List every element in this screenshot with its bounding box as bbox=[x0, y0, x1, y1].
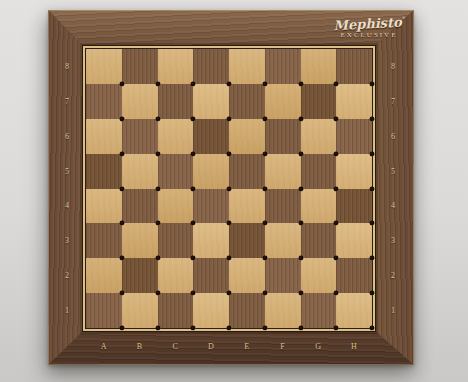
square-a5[interactable] bbox=[86, 154, 122, 189]
square-d7[interactable] bbox=[193, 84, 229, 119]
square-b4[interactable] bbox=[122, 189, 158, 224]
square-h2[interactable] bbox=[336, 258, 372, 293]
sensor-dot bbox=[119, 116, 124, 121]
square-c5[interactable] bbox=[158, 154, 194, 189]
square-h4[interactable] bbox=[336, 189, 372, 224]
square-c2[interactable] bbox=[158, 258, 194, 293]
square-d5[interactable] bbox=[193, 154, 229, 189]
square-d2[interactable] bbox=[193, 258, 229, 293]
sensor-dot bbox=[227, 81, 232, 86]
file-label: A bbox=[86, 328, 122, 365]
square-g3[interactable] bbox=[301, 223, 337, 258]
file-label: B bbox=[122, 328, 158, 365]
square-c7[interactable] bbox=[158, 84, 194, 119]
square-a7[interactable] bbox=[86, 84, 122, 119]
square-e1[interactable] bbox=[229, 293, 265, 328]
square-a1[interactable] bbox=[86, 293, 122, 328]
sensor-dot bbox=[227, 151, 232, 156]
sensor-dot bbox=[298, 116, 303, 121]
square-d4[interactable] bbox=[193, 189, 229, 224]
rank-label: 1 bbox=[48, 293, 86, 328]
rank-label: 2 bbox=[372, 258, 414, 293]
sensor-dot bbox=[191, 116, 196, 121]
square-d1[interactable] bbox=[193, 293, 229, 328]
sensor-dot bbox=[227, 256, 232, 261]
brand-logo: Mephisto° EXCLUSIVE bbox=[329, 13, 409, 40]
sensor-dot bbox=[155, 291, 160, 296]
sensor-dot bbox=[334, 186, 339, 191]
sensor-dot bbox=[262, 221, 267, 226]
square-b8[interactable] bbox=[122, 49, 158, 84]
sensor-dot bbox=[262, 151, 267, 156]
file-label: D bbox=[193, 328, 229, 365]
brand-mark: ° bbox=[401, 15, 404, 22]
file-label: C bbox=[158, 328, 194, 365]
square-f7[interactable] bbox=[265, 84, 301, 119]
rank-label: 1 bbox=[372, 293, 414, 328]
square-h6[interactable] bbox=[336, 119, 372, 154]
square-e5[interactable] bbox=[229, 154, 265, 189]
square-a8[interactable] bbox=[86, 49, 122, 84]
rank-label: 3 bbox=[48, 223, 86, 258]
rank-label: 8 bbox=[48, 49, 86, 84]
square-f3[interactable] bbox=[265, 223, 301, 258]
sensor-dot bbox=[298, 81, 303, 86]
square-g8[interactable] bbox=[301, 49, 337, 84]
brand-name: Mephisto° bbox=[329, 11, 410, 33]
square-g5[interactable] bbox=[301, 154, 337, 189]
sensor-dot bbox=[334, 81, 339, 86]
sensor-dot bbox=[334, 151, 339, 156]
rank-label: 6 bbox=[48, 119, 86, 154]
sensor-dot bbox=[119, 81, 124, 86]
rank-label: 7 bbox=[372, 84, 414, 119]
square-c1[interactable] bbox=[158, 293, 194, 328]
square-f8[interactable] bbox=[265, 49, 301, 84]
rank-label: 2 bbox=[48, 258, 86, 293]
square-g2[interactable] bbox=[301, 258, 337, 293]
sensor-dot bbox=[298, 256, 303, 261]
square-a4[interactable] bbox=[86, 189, 122, 224]
sensor-dot bbox=[227, 186, 232, 191]
square-e3[interactable] bbox=[229, 223, 265, 258]
sensor-dot bbox=[155, 81, 160, 86]
chessboard: Mephisto° EXCLUSIVE 87654321 87654321 AB… bbox=[48, 10, 414, 365]
square-b2[interactable] bbox=[122, 258, 158, 293]
sensor-dot bbox=[119, 256, 124, 261]
square-f1[interactable] bbox=[265, 293, 301, 328]
sensor-dot bbox=[262, 256, 267, 261]
sensor-dot bbox=[298, 221, 303, 226]
square-f6[interactable] bbox=[265, 119, 301, 154]
square-d6[interactable] bbox=[193, 119, 229, 154]
square-c8[interactable] bbox=[158, 49, 194, 84]
sensor-dot bbox=[334, 116, 339, 121]
square-h5[interactable] bbox=[336, 154, 372, 189]
rank-label: 8 bbox=[372, 49, 414, 84]
file-label: G bbox=[301, 328, 337, 365]
sensor-dot bbox=[191, 151, 196, 156]
square-h8[interactable] bbox=[336, 49, 372, 84]
sensor-dot bbox=[334, 221, 339, 226]
square-e2[interactable] bbox=[229, 258, 265, 293]
square-g4[interactable] bbox=[301, 189, 337, 224]
square-b6[interactable] bbox=[122, 119, 158, 154]
square-c3[interactable] bbox=[158, 223, 194, 258]
sensor-dot bbox=[227, 221, 232, 226]
sensor-dot bbox=[119, 186, 124, 191]
square-g1[interactable] bbox=[301, 293, 337, 328]
sensor-dot bbox=[334, 291, 339, 296]
sensor-dot bbox=[191, 81, 196, 86]
sensor-dot bbox=[298, 186, 303, 191]
sensor-dot bbox=[262, 116, 267, 121]
rank-label: 5 bbox=[48, 154, 86, 189]
square-a2[interactable] bbox=[86, 258, 122, 293]
square-f2[interactable] bbox=[265, 258, 301, 293]
sensor-dot bbox=[119, 291, 124, 296]
square-b5[interactable] bbox=[122, 154, 158, 189]
sensor-dot bbox=[155, 256, 160, 261]
rank-labels-right: 87654321 bbox=[372, 49, 414, 328]
rank-label: 5 bbox=[372, 154, 414, 189]
sensor-dot bbox=[262, 186, 267, 191]
playing-area bbox=[86, 49, 372, 328]
sensor-dot bbox=[191, 186, 196, 191]
square-b7[interactable] bbox=[122, 84, 158, 119]
sensor-dot bbox=[227, 116, 232, 121]
square-a3[interactable] bbox=[86, 223, 122, 258]
sensor-dot bbox=[262, 81, 267, 86]
sensor-dot bbox=[191, 221, 196, 226]
rank-label: 4 bbox=[372, 189, 414, 224]
file-label: F bbox=[265, 328, 301, 365]
file-labels-bottom: ABCDEFGH bbox=[86, 328, 372, 365]
square-h3[interactable] bbox=[336, 223, 372, 258]
rank-label: 6 bbox=[372, 119, 414, 154]
sensor-dot bbox=[119, 151, 124, 156]
sensor-dot bbox=[155, 221, 160, 226]
sensor-dot bbox=[155, 186, 160, 191]
square-e6[interactable] bbox=[229, 119, 265, 154]
sensor-dot bbox=[191, 291, 196, 296]
rank-label: 4 bbox=[48, 189, 86, 224]
sensor-dot bbox=[191, 256, 196, 261]
square-a6[interactable] bbox=[86, 119, 122, 154]
sensor-dot bbox=[334, 256, 339, 261]
square-e7[interactable] bbox=[229, 84, 265, 119]
square-f5[interactable] bbox=[265, 154, 301, 189]
square-c4[interactable] bbox=[158, 189, 194, 224]
square-e4[interactable] bbox=[229, 189, 265, 224]
sensor-dot bbox=[155, 116, 160, 121]
sensor-dot bbox=[119, 221, 124, 226]
sensor-dot bbox=[155, 151, 160, 156]
file-label: H bbox=[336, 328, 372, 365]
square-h1[interactable] bbox=[336, 293, 372, 328]
sensor-dot bbox=[262, 291, 267, 296]
square-g7[interactable] bbox=[301, 84, 337, 119]
sensor-dot bbox=[298, 151, 303, 156]
rank-label: 3 bbox=[372, 223, 414, 258]
square-c6[interactable] bbox=[158, 119, 194, 154]
square-b1[interactable] bbox=[122, 293, 158, 328]
rank-label: 7 bbox=[48, 84, 86, 119]
square-e8[interactable] bbox=[229, 49, 265, 84]
square-b3[interactable] bbox=[122, 223, 158, 258]
file-label: E bbox=[229, 328, 265, 365]
sensor-dot bbox=[298, 291, 303, 296]
square-d3[interactable] bbox=[193, 223, 229, 258]
sensor-dot bbox=[227, 291, 232, 296]
square-h7[interactable] bbox=[336, 84, 372, 119]
rank-labels-left: 87654321 bbox=[48, 49, 86, 328]
square-f4[interactable] bbox=[265, 189, 301, 224]
square-g6[interactable] bbox=[301, 119, 337, 154]
square-d8[interactable] bbox=[193, 49, 229, 84]
